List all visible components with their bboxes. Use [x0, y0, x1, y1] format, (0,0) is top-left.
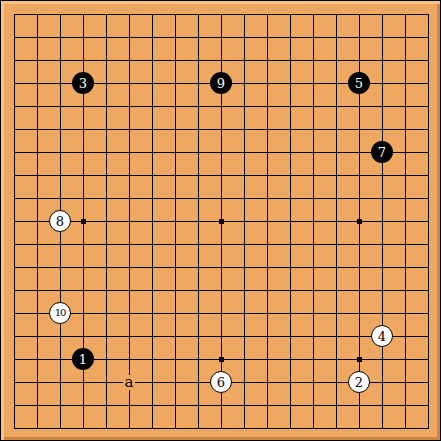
- intersection: [417, 49, 440, 72]
- intersection: [302, 302, 325, 325]
- intersection: [49, 49, 72, 72]
- stone-white-10: 10: [49, 302, 71, 324]
- intersection: [3, 187, 26, 210]
- intersection: [72, 118, 95, 141]
- intersection: [325, 3, 348, 26]
- intersection: [256, 26, 279, 49]
- intersection: [118, 210, 141, 233]
- intersection: a: [118, 371, 141, 394]
- intersection: [256, 417, 279, 440]
- intersection: [302, 72, 325, 95]
- intersection: [95, 371, 118, 394]
- intersection: [49, 279, 72, 302]
- intersection: [210, 141, 233, 164]
- intersection: [394, 210, 417, 233]
- intersection: [371, 26, 394, 49]
- intersection: [371, 118, 394, 141]
- intersection: [210, 118, 233, 141]
- intersection: [118, 95, 141, 118]
- intersection: [348, 118, 371, 141]
- intersection: [325, 256, 348, 279]
- intersection: [141, 95, 164, 118]
- intersection: [118, 3, 141, 26]
- intersection: [233, 164, 256, 187]
- intersection: [187, 72, 210, 95]
- move-number: 5: [355, 77, 363, 90]
- intersection: [279, 233, 302, 256]
- intersection: [348, 279, 371, 302]
- intersection: [3, 256, 26, 279]
- intersection: [417, 95, 440, 118]
- intersection: [95, 95, 118, 118]
- intersection: [95, 26, 118, 49]
- go-board: 395781041a62: [0, 0, 441, 441]
- intersection: [325, 233, 348, 256]
- intersection: [3, 95, 26, 118]
- intersection: [164, 95, 187, 118]
- stone-white-6: 6: [210, 371, 232, 393]
- move-number: 6: [217, 376, 225, 389]
- intersection: [72, 141, 95, 164]
- intersection: [394, 371, 417, 394]
- intersection: [187, 417, 210, 440]
- intersection: [141, 164, 164, 187]
- intersection: [394, 417, 417, 440]
- intersection: [118, 187, 141, 210]
- intersection: [164, 26, 187, 49]
- intersection: [210, 348, 233, 371]
- intersection: [348, 3, 371, 26]
- intersection: [72, 49, 95, 72]
- intersection: [49, 394, 72, 417]
- intersection: [164, 3, 187, 26]
- intersection: [394, 72, 417, 95]
- intersection: [302, 187, 325, 210]
- intersection: [279, 49, 302, 72]
- intersection: [417, 371, 440, 394]
- intersection: [72, 210, 95, 233]
- intersection: [118, 325, 141, 348]
- intersection: [371, 371, 394, 394]
- intersection: [3, 141, 26, 164]
- intersection: [302, 95, 325, 118]
- intersection: [348, 95, 371, 118]
- intersection: [187, 279, 210, 302]
- intersection: [394, 164, 417, 187]
- intersection: [3, 279, 26, 302]
- intersection: [164, 279, 187, 302]
- intersection: [348, 348, 371, 371]
- intersection: [394, 95, 417, 118]
- intersection: [210, 49, 233, 72]
- intersection: [233, 26, 256, 49]
- intersection: [26, 302, 49, 325]
- intersection: [187, 210, 210, 233]
- intersection: [187, 95, 210, 118]
- intersection: [187, 141, 210, 164]
- intersection: [95, 72, 118, 95]
- intersection: [233, 72, 256, 95]
- intersection: [325, 26, 348, 49]
- intersection: [417, 394, 440, 417]
- intersection: [233, 3, 256, 26]
- intersections-grid: 395781041a62: [3, 3, 440, 440]
- intersection: [394, 325, 417, 348]
- intersection: [279, 348, 302, 371]
- intersection: [279, 302, 302, 325]
- intersection: 10: [49, 302, 72, 325]
- intersection: [233, 417, 256, 440]
- intersection: [141, 233, 164, 256]
- intersection: [26, 371, 49, 394]
- intersection: [233, 256, 256, 279]
- intersection: [95, 417, 118, 440]
- intersection: [302, 325, 325, 348]
- intersection: [394, 233, 417, 256]
- intersection: [348, 187, 371, 210]
- intersection: [26, 95, 49, 118]
- intersection: [141, 256, 164, 279]
- intersection: [394, 118, 417, 141]
- intersection: [371, 279, 394, 302]
- intersection: [371, 302, 394, 325]
- intersection: [141, 26, 164, 49]
- intersection: [348, 164, 371, 187]
- intersection: [26, 26, 49, 49]
- intersection: [302, 3, 325, 26]
- move-number: 7: [378, 146, 386, 159]
- intersection: [325, 417, 348, 440]
- intersection: [95, 118, 118, 141]
- intersection: [3, 3, 26, 26]
- intersection: [118, 26, 141, 49]
- intersection: [371, 72, 394, 95]
- intersection: [233, 302, 256, 325]
- intersection: [187, 325, 210, 348]
- intersection: [348, 233, 371, 256]
- intersection: [49, 187, 72, 210]
- intersection: [210, 187, 233, 210]
- intersection: [348, 141, 371, 164]
- intersection: [394, 3, 417, 26]
- intersection: [95, 233, 118, 256]
- intersection: [371, 3, 394, 26]
- intersection: [164, 417, 187, 440]
- intersection: [256, 210, 279, 233]
- intersection: [141, 371, 164, 394]
- intersection: [371, 417, 394, 440]
- intersection: [302, 417, 325, 440]
- intersection: [302, 233, 325, 256]
- intersection: [141, 417, 164, 440]
- intersection: [118, 164, 141, 187]
- intersection: [3, 26, 26, 49]
- intersection: [118, 348, 141, 371]
- intersection: [417, 3, 440, 26]
- intersection: [72, 394, 95, 417]
- intersection: [256, 95, 279, 118]
- intersection: [417, 279, 440, 302]
- intersection: [325, 279, 348, 302]
- intersection: [49, 72, 72, 95]
- intersection: [164, 141, 187, 164]
- intersection: [72, 325, 95, 348]
- intersection: [141, 187, 164, 210]
- intersection: [3, 49, 26, 72]
- intersection: [325, 164, 348, 187]
- move-number: 1: [79, 353, 87, 366]
- intersection: [256, 325, 279, 348]
- intersection: [279, 141, 302, 164]
- intersection: [72, 302, 95, 325]
- intersection: [210, 256, 233, 279]
- intersection: [394, 187, 417, 210]
- intersection: [118, 118, 141, 141]
- intersection: [3, 302, 26, 325]
- intersection: [164, 256, 187, 279]
- intersection: [72, 187, 95, 210]
- intersection: [256, 118, 279, 141]
- intersection: [187, 256, 210, 279]
- intersection: [72, 256, 95, 279]
- intersection: [187, 187, 210, 210]
- intersection: [302, 394, 325, 417]
- intersection: [26, 394, 49, 417]
- intersection: [141, 210, 164, 233]
- intersection: [256, 141, 279, 164]
- intersection: [141, 141, 164, 164]
- intersection: [187, 348, 210, 371]
- intersection: [394, 279, 417, 302]
- intersection: [279, 210, 302, 233]
- intersection: [256, 394, 279, 417]
- intersection: [348, 49, 371, 72]
- intersection: [141, 49, 164, 72]
- intersection: [256, 302, 279, 325]
- intersection: [233, 49, 256, 72]
- intersection: [302, 348, 325, 371]
- intersection: [348, 256, 371, 279]
- intersection: [417, 118, 440, 141]
- intersection: [95, 210, 118, 233]
- intersection: [417, 187, 440, 210]
- stone-black-5: 5: [348, 72, 370, 94]
- intersection: 6: [210, 371, 233, 394]
- intersection: [26, 118, 49, 141]
- intersection: [325, 302, 348, 325]
- intersection: [187, 26, 210, 49]
- intersection: [325, 348, 348, 371]
- intersection: [279, 95, 302, 118]
- intersection: [95, 325, 118, 348]
- stone-black-3: 3: [72, 72, 94, 94]
- intersection: [417, 72, 440, 95]
- intersection: [279, 118, 302, 141]
- stone-white-4: 4: [371, 325, 393, 347]
- intersection: [141, 72, 164, 95]
- intersection: [302, 49, 325, 72]
- intersection: [49, 348, 72, 371]
- intersection: [302, 279, 325, 302]
- intersection: [394, 348, 417, 371]
- intersection: [348, 26, 371, 49]
- intersection: [233, 233, 256, 256]
- intersection: [279, 371, 302, 394]
- intersection: [95, 256, 118, 279]
- intersection: [279, 26, 302, 49]
- intersection: [279, 325, 302, 348]
- intersection: [233, 95, 256, 118]
- intersection: [371, 256, 394, 279]
- intersection: [164, 164, 187, 187]
- intersection: [348, 210, 371, 233]
- intersection: [3, 371, 26, 394]
- intersection: [233, 210, 256, 233]
- move-number: 2: [355, 376, 363, 389]
- intersection: [233, 394, 256, 417]
- intersection: [3, 72, 26, 95]
- intersection: [95, 187, 118, 210]
- intersection: 2: [348, 371, 371, 394]
- intersection: [210, 233, 233, 256]
- intersection: [233, 348, 256, 371]
- intersection: [279, 164, 302, 187]
- intersection: [417, 141, 440, 164]
- intersection: 5: [348, 72, 371, 95]
- intersection: [72, 164, 95, 187]
- intersection: [3, 164, 26, 187]
- intersection: [49, 164, 72, 187]
- intersection: [26, 3, 49, 26]
- intersection: [72, 95, 95, 118]
- intersection: [279, 3, 302, 26]
- move-number: 8: [56, 215, 64, 228]
- intersection: [26, 325, 49, 348]
- intersection: [3, 325, 26, 348]
- move-number: 4: [378, 330, 386, 343]
- intersection: [72, 279, 95, 302]
- intersection: [210, 417, 233, 440]
- intersection: [118, 417, 141, 440]
- intersection: [371, 348, 394, 371]
- intersection: [302, 118, 325, 141]
- intersection: [3, 394, 26, 417]
- intersection: [348, 302, 371, 325]
- intersection: [210, 302, 233, 325]
- intersection: [95, 394, 118, 417]
- label-a: a: [123, 375, 136, 390]
- move-number: 10: [55, 308, 66, 318]
- intersection: [187, 49, 210, 72]
- intersection: [279, 187, 302, 210]
- intersection: [233, 187, 256, 210]
- intersection: [302, 210, 325, 233]
- intersection: [141, 302, 164, 325]
- intersection: [49, 325, 72, 348]
- intersection: [233, 141, 256, 164]
- intersection: [210, 394, 233, 417]
- move-number: 9: [217, 77, 225, 90]
- stone-black-7: 7: [371, 141, 393, 163]
- intersection: [394, 26, 417, 49]
- intersection: [118, 394, 141, 417]
- intersection: [394, 302, 417, 325]
- intersection: [256, 348, 279, 371]
- intersection: [233, 371, 256, 394]
- intersection: [256, 49, 279, 72]
- intersection: [26, 279, 49, 302]
- intersection: [417, 302, 440, 325]
- intersection: [233, 118, 256, 141]
- intersection: [49, 3, 72, 26]
- intersection: [417, 164, 440, 187]
- intersection: [3, 417, 26, 440]
- intersection: [187, 118, 210, 141]
- intersection: [279, 279, 302, 302]
- intersection: [371, 49, 394, 72]
- intersection: [302, 256, 325, 279]
- intersection: [72, 233, 95, 256]
- intersection: [371, 187, 394, 210]
- intersection: [325, 325, 348, 348]
- intersection: 7: [371, 141, 394, 164]
- intersection: [26, 72, 49, 95]
- intersection: [164, 233, 187, 256]
- intersection: [210, 325, 233, 348]
- intersection: [417, 26, 440, 49]
- intersection: [371, 233, 394, 256]
- intersection: [279, 417, 302, 440]
- intersection: [164, 348, 187, 371]
- intersection: [141, 325, 164, 348]
- intersection: [26, 187, 49, 210]
- intersection: [118, 233, 141, 256]
- intersection: [302, 371, 325, 394]
- intersection: [325, 49, 348, 72]
- intersection: [371, 394, 394, 417]
- intersection: [141, 118, 164, 141]
- intersection: [95, 141, 118, 164]
- intersection: [187, 233, 210, 256]
- intersection: [325, 210, 348, 233]
- intersection: [49, 118, 72, 141]
- intersection: [348, 417, 371, 440]
- stone-black-1: 1: [72, 348, 94, 370]
- intersection: [164, 394, 187, 417]
- intersection: [164, 118, 187, 141]
- intersection: [141, 394, 164, 417]
- intersection: [394, 49, 417, 72]
- intersection: [164, 49, 187, 72]
- intersection: [417, 256, 440, 279]
- intersection: [26, 164, 49, 187]
- intersection: [72, 3, 95, 26]
- intersection: [118, 302, 141, 325]
- intersection: [95, 164, 118, 187]
- intersection: [72, 371, 95, 394]
- intersection: [26, 49, 49, 72]
- intersection: [279, 72, 302, 95]
- intersection: [371, 210, 394, 233]
- intersection: 8: [49, 210, 72, 233]
- intersection: [118, 141, 141, 164]
- intersection: [187, 164, 210, 187]
- intersection: [417, 417, 440, 440]
- intersection: [348, 325, 371, 348]
- intersection: [26, 233, 49, 256]
- intersection: [95, 3, 118, 26]
- intersection: [187, 394, 210, 417]
